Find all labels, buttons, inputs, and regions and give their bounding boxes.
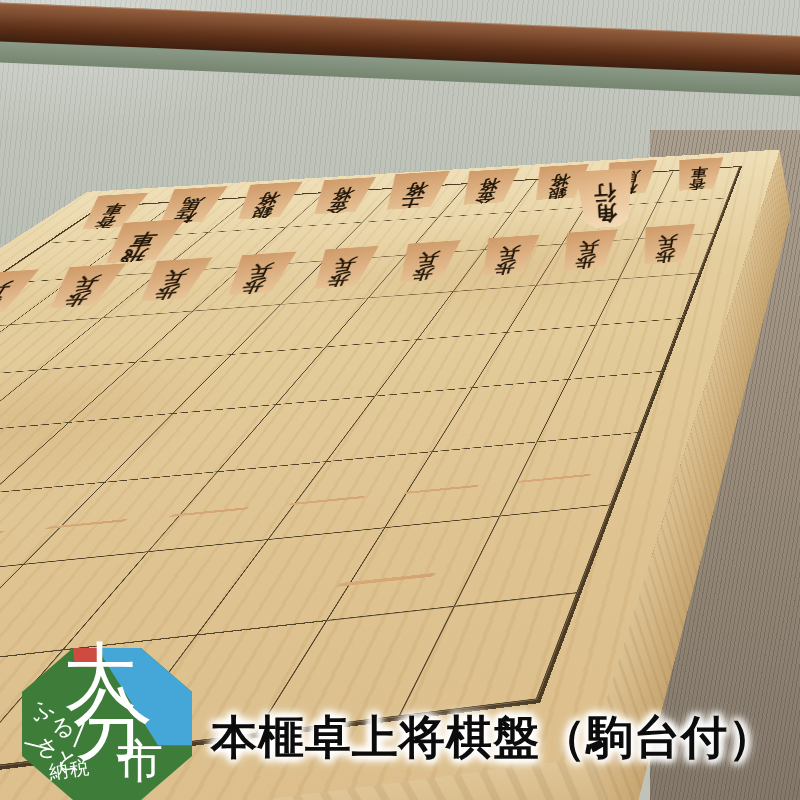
piece-kanji: 兵 [0, 517, 15, 531]
piece-kanji: 車 [459, 639, 506, 660]
piece-kanji: 歩 [0, 296, 4, 314]
logo-city-char-shi: 市 [117, 739, 163, 785]
piece-kanji: 車 [101, 202, 128, 216]
piece-kanji: 兵 [578, 239, 601, 255]
cell-1-7: 歩兵 [500, 433, 639, 517]
piece-kanji: 将 [403, 181, 430, 197]
piece-kanji: 兵 [321, 484, 364, 497]
sente-pawn-piece: 歩兵 [517, 446, 617, 483]
piece-kanji: 兵 [161, 268, 191, 285]
piece-kanji: 将 [478, 177, 502, 191]
piece-kanji: 銀 [248, 205, 276, 220]
piece-kanji: 馬 [319, 655, 376, 678]
gote-lance-piece: 香車 [672, 157, 723, 198]
piece-kanji: 兵 [247, 262, 275, 279]
gote-gold-piece: 金将 [303, 177, 376, 225]
piece-kanji: 兵 [332, 256, 359, 272]
piece-kanji: 兵 [546, 463, 582, 475]
piece-kanji: 車 [690, 166, 709, 179]
piece-kanji: 車 [378, 555, 431, 574]
piece-kanji: 兵 [435, 473, 475, 485]
piece-kanji: 車 [127, 230, 161, 248]
piece-kanji: 兵 [416, 250, 441, 266]
gote-bishop-piece: 角行 [576, 168, 636, 235]
cell-3-6 [326, 388, 473, 462]
oita-furusato-logo: ふ る さ と 納税 大 分 市 [22, 648, 192, 800]
piece-kanji: 兵 [204, 495, 251, 508]
piece-kanji: 兵 [72, 274, 103, 291]
piece-kanji: 馬 [178, 196, 207, 211]
piece-kanji: 兵 [0, 280, 15, 297]
piece-kanji: 兵 [498, 245, 522, 261]
piece-kanji: 金 [324, 200, 350, 215]
product-caption: 本榧卓上将棋盤（駒台付） [190, 707, 796, 769]
piece-kanji: 行 [594, 182, 617, 203]
piece-kanji: 兵 [84, 506, 135, 520]
piece-kanji: 将 [255, 191, 282, 206]
product-photo-scene: 香車桂馬銀将金将王将金将銀将桂馬香車飛車角行歩兵歩兵歩兵歩兵歩兵歩兵歩兵歩兵歩兵… [0, 0, 800, 800]
gote-gold-piece: 金将 [454, 168, 519, 215]
piece-kanji: 将 [330, 186, 356, 201]
piece-kanji: 兵 [657, 234, 679, 249]
piece-kanji: 将 [549, 173, 572, 187]
